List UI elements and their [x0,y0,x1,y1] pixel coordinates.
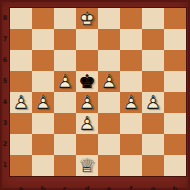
piece-white-queen[interactable]: ♛♕ [76,155,98,176]
square-h2[interactable] [164,134,186,155]
rank-label-6: 6 [0,50,10,71]
square-d6[interactable] [76,50,98,71]
rank-label-1: 1 [0,155,10,176]
file-label-h: h [164,184,186,190]
rank-label-2: 2 [0,134,10,155]
square-e2[interactable] [98,134,120,155]
file-label-e: e [98,184,120,190]
rank-label-8: 8 [0,8,10,29]
square-b7[interactable] [32,29,54,50]
square-a4[interactable]: ♟♙ [10,92,32,113]
square-c1[interactable] [54,155,76,176]
square-a6[interactable] [10,50,32,71]
square-f8[interactable] [120,8,142,29]
square-h1[interactable] [164,155,186,176]
square-h6[interactable] [164,50,186,71]
square-b6[interactable] [32,50,54,71]
square-b8[interactable] [32,8,54,29]
square-f6[interactable] [120,50,142,71]
square-f4[interactable]: ♟♙ [120,92,142,113]
square-c2[interactable] [54,134,76,155]
piece-white-pawn[interactable]: ♟♙ [32,92,54,113]
square-c6[interactable] [54,50,76,71]
square-b4[interactable]: ♟♙ [32,92,54,113]
chess-board: ♚♔♟♙♚♚♟♙♟♙♟♙♟♙♟♙♟♙♟♙♛♕ [10,8,186,176]
square-g8[interactable] [142,8,164,29]
square-d1[interactable]: ♛♕ [76,155,98,176]
square-g2[interactable] [142,134,164,155]
square-h7[interactable] [164,29,186,50]
square-f3[interactable] [120,113,142,134]
square-b5[interactable] [32,71,54,92]
square-f7[interactable] [120,29,142,50]
square-e8[interactable] [98,8,120,29]
square-a5[interactable] [10,71,32,92]
piece-white-king[interactable]: ♚♔ [76,8,98,29]
square-d7[interactable] [76,29,98,50]
square-c4[interactable] [54,92,76,113]
rank-labels: 87654321 [0,8,10,176]
square-d5[interactable]: ♚♚ [76,71,98,92]
square-e1[interactable] [98,155,120,176]
square-c5[interactable]: ♟♙ [54,71,76,92]
piece-white-pawn[interactable]: ♟♙ [54,71,76,92]
piece-white-pawn[interactable]: ♟♙ [10,92,32,113]
file-labels: abcdefgh [10,176,186,190]
rank-label-3: 3 [0,113,10,134]
square-g1[interactable] [142,155,164,176]
file-label-b: b [32,184,54,190]
square-d3[interactable]: ♟♙ [76,113,98,134]
file-label-g: g [142,184,164,190]
piece-white-pawn[interactable]: ♟♙ [76,113,98,134]
square-a3[interactable] [10,113,32,134]
square-a1[interactable] [10,155,32,176]
square-e3[interactable] [98,113,120,134]
file-label-c: c [54,184,76,190]
square-g6[interactable] [142,50,164,71]
square-d8[interactable]: ♚♔ [76,8,98,29]
square-f1[interactable] [120,155,142,176]
rank-label-7: 7 [0,29,10,50]
square-a7[interactable] [10,29,32,50]
piece-white-pawn[interactable]: ♟♙ [142,92,164,113]
piece-white-pawn[interactable]: ♟♙ [120,92,142,113]
square-h3[interactable] [164,113,186,134]
file-label-a: a [10,184,32,190]
square-c8[interactable] [54,8,76,29]
square-g4[interactable]: ♟♙ [142,92,164,113]
square-b1[interactable] [32,155,54,176]
square-g7[interactable] [142,29,164,50]
square-b2[interactable] [32,134,54,155]
square-c3[interactable] [54,113,76,134]
rank-label-5: 5 [0,71,10,92]
square-g5[interactable] [142,71,164,92]
square-d2[interactable] [76,134,98,155]
square-h8[interactable] [164,8,186,29]
board-frame: 87654321 ♚♔♟♙♚♚♟♙♟♙♟♙♟♙♟♙♟♙♟♙♛♕ abcdefgh [0,0,190,190]
piece-white-pawn[interactable]: ♟♙ [76,92,98,113]
piece-black-king[interactable]: ♚♚ [76,71,98,92]
square-a2[interactable] [10,134,32,155]
square-a8[interactable] [10,8,32,29]
square-c7[interactable] [54,29,76,50]
square-b3[interactable] [32,113,54,134]
rank-label-4: 4 [0,92,10,113]
file-label-d: d [76,184,98,190]
square-e5[interactable]: ♟♙ [98,71,120,92]
piece-white-pawn[interactable]: ♟♙ [98,71,120,92]
square-f2[interactable] [120,134,142,155]
square-e6[interactable] [98,50,120,71]
file-label-f: f [120,184,142,190]
square-f5[interactable] [120,71,142,92]
square-e7[interactable] [98,29,120,50]
square-h5[interactable] [164,71,186,92]
square-e4[interactable] [98,92,120,113]
square-h4[interactable] [164,92,186,113]
square-g3[interactable] [142,113,164,134]
square-d4[interactable]: ♟♙ [76,92,98,113]
